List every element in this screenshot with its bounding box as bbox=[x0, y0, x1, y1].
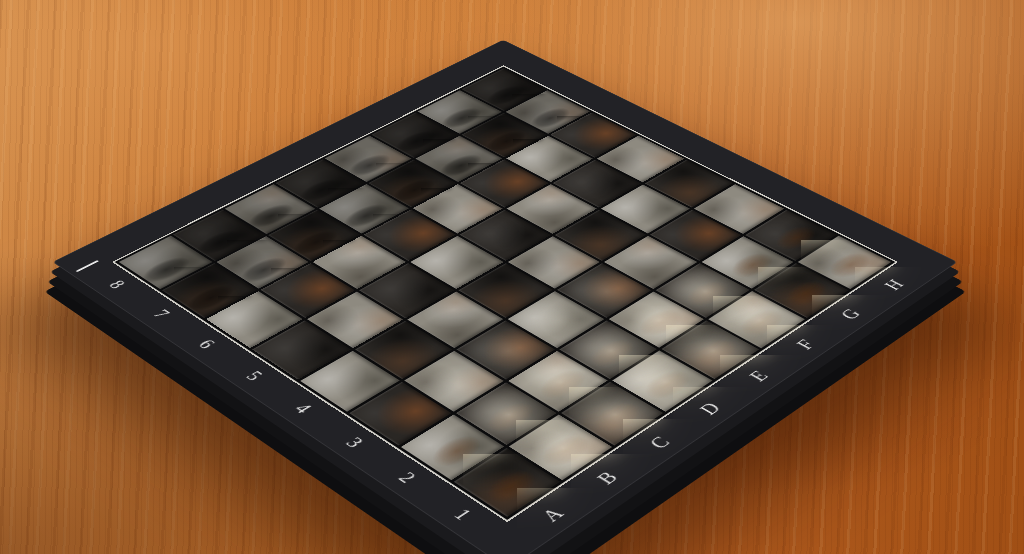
scene: 87654321 ABCDEFGH ♜♞♝♛♚♝♞♜♟♟♟♟♟♟♟♟♟♟♟♟♟♟… bbox=[0, 0, 1024, 554]
chess-board[interactable]: 87654321 ABCDEFGH ♜♞♝♛♚♝♞♜♟♟♟♟♟♟♟♟♟♟♟♟♟♟… bbox=[52, 40, 957, 554]
piece-glyph: ♜ bbox=[381, 356, 655, 510]
chess-board-squares: ♜♞♝♛♚♝♞♜♟♟♟♟♟♟♟♟♟♟♟♟♟♟♟♟♜♞♝♛♚♝♞♜ bbox=[112, 65, 898, 522]
table-surface: { "game": "chess", "position": { "name":… bbox=[0, 0, 1024, 554]
piece-glyph: ♟ bbox=[95, 197, 340, 311]
